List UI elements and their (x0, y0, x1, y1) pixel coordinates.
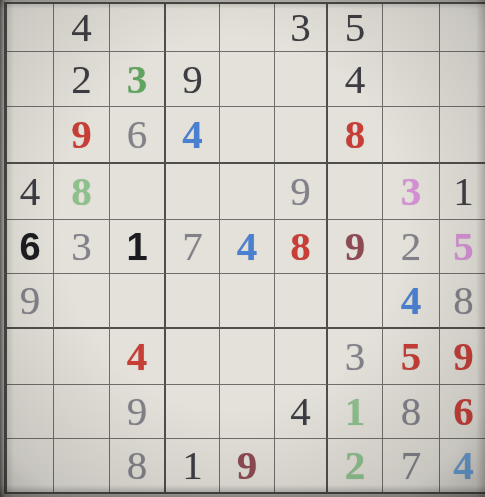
sudoku-cell[interactable] (220, 107, 275, 164)
sudoku-cell[interactable]: 5 (328, 4, 383, 52)
sudoku-cell[interactable] (7, 385, 54, 439)
sudoku-cell[interactable] (166, 274, 220, 329)
sudoku-cell[interactable]: 3 (54, 220, 110, 274)
sudoku-cell[interactable]: 9 (7, 274, 54, 329)
sudoku-cell[interactable]: 4 (166, 107, 220, 164)
sudoku-cell[interactable]: 4 (54, 4, 110, 52)
sudoku-cell[interactable] (440, 4, 485, 52)
sudoku-cell[interactable] (54, 385, 110, 439)
sudoku-cell[interactable] (54, 439, 110, 492)
sudoku-cell[interactable]: 8 (54, 164, 110, 220)
sudoku-cell[interactable] (110, 164, 166, 220)
sudoku-cell[interactable]: 8 (328, 107, 383, 164)
sudoku-cell[interactable] (275, 274, 328, 329)
sudoku-cell[interactable]: 3 (110, 52, 166, 107)
sudoku-cell[interactable]: 2 (328, 439, 383, 492)
sudoku-cell[interactable] (7, 4, 54, 52)
sudoku-cell[interactable]: 4 (440, 439, 485, 492)
sudoku-board: 4352394964848931631748925948435994186819… (4, 2, 485, 494)
sudoku-cell[interactable] (220, 52, 275, 107)
sudoku-cell[interactable] (166, 4, 220, 52)
sudoku-cell[interactable] (220, 164, 275, 220)
sudoku-cell[interactable] (166, 385, 220, 439)
sudoku-cell[interactable]: 2 (54, 52, 110, 107)
sudoku-cell[interactable]: 4 (328, 52, 383, 107)
sudoku-cell[interactable]: 3 (383, 164, 440, 220)
sudoku-cell[interactable] (7, 52, 54, 107)
sudoku-cell[interactable] (220, 329, 275, 385)
sudoku-cell[interactable]: 9 (440, 329, 485, 385)
sudoku-cell[interactable]: 5 (383, 329, 440, 385)
sudoku-cell[interactable] (110, 274, 166, 329)
sudoku-cell[interactable]: 6 (110, 107, 166, 164)
sudoku-cell[interactable]: 1 (110, 220, 166, 274)
sudoku-cell[interactable] (54, 329, 110, 385)
sudoku-cell[interactable]: 4 (220, 220, 275, 274)
sudoku-cell[interactable] (166, 164, 220, 220)
sudoku-cell[interactable]: 8 (275, 220, 328, 274)
sudoku-cell[interactable]: 6 (7, 220, 54, 274)
sudoku-cell[interactable] (7, 439, 54, 492)
sudoku-cell[interactable]: 6 (440, 385, 485, 439)
sudoku-cell[interactable] (220, 274, 275, 329)
sudoku-cell[interactable]: 2 (383, 220, 440, 274)
sudoku-cell[interactable]: 1 (166, 439, 220, 492)
sudoku-cell[interactable] (275, 52, 328, 107)
sudoku-cell[interactable] (7, 107, 54, 164)
sudoku-cell[interactable]: 1 (440, 164, 485, 220)
sudoku-cell[interactable] (275, 329, 328, 385)
sudoku-cell[interactable] (110, 4, 166, 52)
sudoku-cell[interactable]: 8 (383, 385, 440, 439)
sudoku-cell[interactable] (383, 52, 440, 107)
sudoku-cell[interactable]: 1 (328, 385, 383, 439)
sudoku-cell[interactable]: 3 (328, 329, 383, 385)
sudoku-cell[interactable] (54, 274, 110, 329)
sudoku-cell[interactable]: 3 (275, 4, 328, 52)
sudoku-cell[interactable] (7, 329, 54, 385)
sudoku-cell[interactable] (220, 4, 275, 52)
sudoku-cell[interactable] (166, 329, 220, 385)
sudoku-cell[interactable]: 8 (110, 439, 166, 492)
sudoku-cell[interactable]: 4 (110, 329, 166, 385)
sudoku-cell[interactable]: 4 (383, 274, 440, 329)
sudoku-cell[interactable] (275, 107, 328, 164)
sudoku-cell[interactable] (383, 4, 440, 52)
sudoku-cell[interactable] (328, 274, 383, 329)
sudoku-cell[interactable]: 9 (166, 52, 220, 107)
sudoku-cell[interactable] (275, 439, 328, 492)
sudoku-cell[interactable]: 4 (275, 385, 328, 439)
sudoku-cell[interactable] (328, 164, 383, 220)
sudoku-cell[interactable] (440, 52, 485, 107)
sudoku-cell[interactable]: 5 (440, 220, 485, 274)
sudoku-cell[interactable]: 9 (275, 164, 328, 220)
sudoku-cell[interactable]: 8 (440, 274, 485, 329)
sudoku-cell[interactable]: 4 (7, 164, 54, 220)
sudoku-cell[interactable] (383, 107, 440, 164)
sudoku-cell[interactable]: 9 (220, 439, 275, 492)
sudoku-cell[interactable]: 7 (166, 220, 220, 274)
sudoku-cell[interactable]: 9 (328, 220, 383, 274)
sudoku-cell[interactable] (440, 107, 485, 164)
sudoku-cell[interactable]: 9 (110, 385, 166, 439)
sudoku-cell[interactable]: 7 (383, 439, 440, 492)
sudoku-cell[interactable]: 9 (54, 107, 110, 164)
sudoku-cell[interactable] (220, 385, 275, 439)
